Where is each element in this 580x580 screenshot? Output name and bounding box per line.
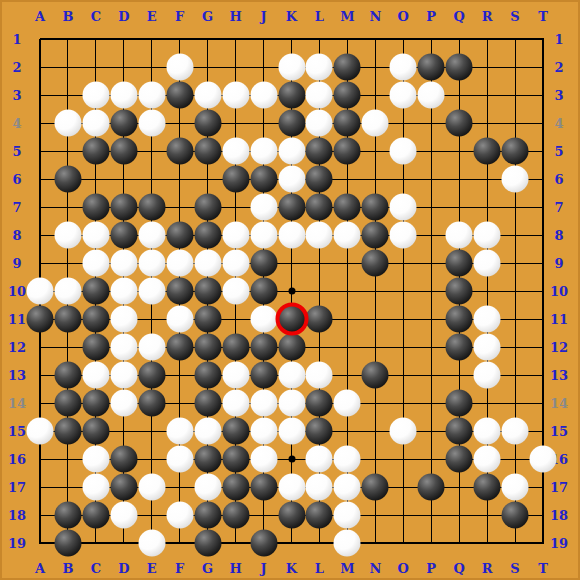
coord-label-row-10: 10	[8, 284, 26, 299]
black-stone-K4[interactable]	[278, 110, 305, 137]
grid-line-vertical	[403, 39, 404, 544]
white-stone-K8[interactable]	[278, 222, 305, 249]
black-stone-G14[interactable]	[194, 390, 221, 417]
white-stone-M16[interactable]	[334, 446, 361, 473]
coord-label-col-H: H	[229, 561, 241, 576]
white-stone-O3[interactable]	[390, 82, 417, 109]
black-stone-H18[interactable]	[222, 502, 249, 529]
white-stone-E19[interactable]	[138, 530, 165, 557]
white-stone-O8[interactable]	[390, 222, 417, 249]
black-stone-M5[interactable]	[334, 138, 361, 165]
black-stone-R17[interactable]	[474, 474, 501, 501]
black-stone-G10[interactable]	[194, 278, 221, 305]
black-stone-H12[interactable]	[222, 334, 249, 361]
coord-label-row-1: 1	[12, 32, 21, 47]
black-stone-B14[interactable]	[54, 390, 81, 417]
white-stone-H8[interactable]	[222, 222, 249, 249]
white-stone-P3[interactable]	[418, 82, 445, 109]
black-stone-B13[interactable]	[54, 362, 81, 389]
black-stone-P17[interactable]	[418, 474, 445, 501]
white-stone-J7[interactable]	[250, 194, 277, 221]
black-stone-F5[interactable]	[166, 138, 193, 165]
white-stone-E17[interactable]	[138, 474, 165, 501]
white-stone-J16[interactable]	[250, 446, 277, 473]
black-stone-Q16[interactable]	[446, 446, 473, 473]
black-stone-D16[interactable]	[110, 446, 137, 473]
white-stone-R15[interactable]	[474, 418, 501, 445]
black-stone-E14[interactable]	[138, 390, 165, 417]
black-stone-F3[interactable]	[166, 82, 193, 109]
coord-label-col-C: C	[91, 561, 101, 576]
black-stone-B15[interactable]	[54, 418, 81, 445]
white-stone-Q8[interactable]	[446, 222, 473, 249]
coord-label-row-18: 18	[8, 508, 26, 523]
coord-label-row-1: 1	[554, 32, 563, 47]
coord-label-col-P: P	[426, 561, 436, 576]
white-stone-E10[interactable]	[138, 278, 165, 305]
coord-label-row-15: 15	[550, 424, 568, 439]
coord-label-row-19: 19	[550, 536, 568, 551]
white-stone-F2[interactable]	[166, 54, 193, 81]
white-stone-O15[interactable]	[390, 418, 417, 445]
coord-label-row-3: 3	[554, 88, 563, 103]
black-stone-Q15[interactable]	[446, 418, 473, 445]
coord-label-col-B: B	[62, 9, 73, 24]
black-stone-P2[interactable]	[418, 54, 445, 81]
black-stone-J6[interactable]	[250, 166, 277, 193]
coord-label-row-8: 8	[554, 228, 563, 243]
white-stone-M14[interactable]	[334, 390, 361, 417]
grid-line-vertical	[431, 39, 432, 544]
grid-line-horizontal	[40, 542, 544, 544]
white-stone-R11[interactable]	[474, 306, 501, 333]
coord-label-col-C: C	[91, 9, 101, 24]
black-stone-H6[interactable]	[222, 166, 249, 193]
grid-line-vertical	[515, 39, 516, 544]
black-stone-C10[interactable]	[82, 278, 109, 305]
black-stone-Q11[interactable]	[446, 306, 473, 333]
white-stone-H14[interactable]	[222, 390, 249, 417]
black-stone-S5[interactable]	[502, 138, 529, 165]
white-stone-A15[interactable]	[27, 418, 54, 445]
white-stone-L3[interactable]	[306, 82, 333, 109]
white-stone-B10[interactable]	[54, 278, 81, 305]
black-stone-G16[interactable]	[194, 446, 221, 473]
black-stone-H15[interactable]	[222, 418, 249, 445]
coord-label-row-11: 11	[8, 312, 26, 327]
white-stone-O7[interactable]	[390, 194, 417, 221]
black-stone-B19[interactable]	[54, 530, 81, 557]
white-stone-S6[interactable]	[502, 166, 529, 193]
black-stone-C15[interactable]	[82, 418, 109, 445]
white-stone-A10[interactable]	[27, 278, 54, 305]
coord-label-row-12: 12	[550, 340, 568, 355]
coord-label-col-H: H	[229, 9, 241, 24]
coord-label-col-A: A	[35, 561, 45, 576]
black-stone-G7[interactable]	[194, 194, 221, 221]
white-stone-J8[interactable]	[250, 222, 277, 249]
black-stone-C12[interactable]	[82, 334, 109, 361]
coord-label-col-O: O	[398, 9, 409, 24]
white-stone-M19[interactable]	[334, 530, 361, 557]
coord-label-col-T: T	[538, 561, 548, 576]
hoshi-dot-K16	[288, 456, 295, 463]
coord-label-col-R: R	[482, 561, 493, 576]
white-stone-N4[interactable]	[362, 110, 389, 137]
coord-label-col-N: N	[369, 561, 381, 576]
black-stone-C14[interactable]	[82, 390, 109, 417]
coord-label-row-6: 6	[12, 172, 21, 187]
coord-label-row-14: 14	[8, 396, 26, 411]
white-stone-F11[interactable]	[166, 306, 193, 333]
black-stone-N7[interactable]	[362, 194, 389, 221]
coord-label-row-13: 13	[8, 368, 26, 383]
coord-label-col-A: A	[35, 9, 45, 24]
black-stone-G18[interactable]	[194, 502, 221, 529]
black-stone-H16[interactable]	[222, 446, 249, 473]
white-stone-K13[interactable]	[278, 362, 305, 389]
coord-label-col-M: M	[340, 9, 354, 24]
white-stone-S17[interactable]	[502, 474, 529, 501]
white-stone-K2[interactable]	[278, 54, 305, 81]
white-stone-H5[interactable]	[222, 138, 249, 165]
black-stone-D8[interactable]	[110, 222, 137, 249]
coord-label-col-N: N	[369, 9, 381, 24]
white-stone-E9[interactable]	[138, 250, 165, 277]
black-stone-B18[interactable]	[54, 502, 81, 529]
white-stone-K5[interactable]	[278, 138, 305, 165]
black-stone-S18[interactable]	[502, 502, 529, 529]
black-stone-M2[interactable]	[334, 54, 361, 81]
black-stone-Q4[interactable]	[446, 110, 473, 137]
white-stone-L4[interactable]	[306, 110, 333, 137]
white-stone-J5[interactable]	[250, 138, 277, 165]
black-stone-C11[interactable]	[82, 306, 109, 333]
coord-label-row-17: 17	[550, 480, 568, 495]
coord-label-row-7: 7	[554, 200, 563, 215]
black-stone-J17[interactable]	[250, 474, 277, 501]
coord-label-row-4: 4	[12, 116, 21, 131]
black-stone-E13[interactable]	[138, 362, 165, 389]
last-move-red-circle	[275, 303, 308, 336]
white-stone-B8[interactable]	[54, 222, 81, 249]
black-stone-G4[interactable]	[194, 110, 221, 137]
coord-label-col-B: B	[62, 561, 73, 576]
white-stone-C13[interactable]	[82, 362, 109, 389]
white-stone-B4[interactable]	[54, 110, 81, 137]
white-stone-L17[interactable]	[306, 474, 333, 501]
black-stone-L18[interactable]	[306, 502, 333, 529]
black-stone-K3[interactable]	[278, 82, 305, 109]
coord-label-row-3: 3	[12, 88, 21, 103]
black-stone-G8[interactable]	[194, 222, 221, 249]
white-stone-D12[interactable]	[110, 334, 137, 361]
white-stone-F15[interactable]	[166, 418, 193, 445]
coord-label-row-16: 16	[8, 452, 26, 467]
black-stone-F12[interactable]	[166, 334, 193, 361]
coord-label-col-K: K	[286, 561, 297, 576]
white-stone-D18[interactable]	[110, 502, 137, 529]
coord-label-col-T: T	[538, 9, 548, 24]
white-stone-H3[interactable]	[222, 82, 249, 109]
coord-label-col-E: E	[147, 561, 157, 576]
white-stone-M8[interactable]	[334, 222, 361, 249]
black-stone-G11[interactable]	[194, 306, 221, 333]
black-stone-B11[interactable]	[54, 306, 81, 333]
black-stone-L6[interactable]	[306, 166, 333, 193]
coord-label-col-G: G	[202, 561, 213, 576]
white-stone-F9[interactable]	[166, 250, 193, 277]
coord-label-col-M: M	[340, 561, 354, 576]
coord-label-row-18: 18	[550, 508, 568, 523]
black-stone-J13[interactable]	[250, 362, 277, 389]
white-stone-C4[interactable]	[82, 110, 109, 137]
black-stone-Q2[interactable]	[446, 54, 473, 81]
black-stone-G19[interactable]	[194, 530, 221, 557]
white-stone-R8[interactable]	[474, 222, 501, 249]
coord-label-col-J: J	[260, 561, 266, 576]
white-stone-E3[interactable]	[138, 82, 165, 109]
white-stone-J11[interactable]	[250, 306, 277, 333]
black-stone-Q9[interactable]	[446, 250, 473, 277]
white-stone-G17[interactable]	[194, 474, 221, 501]
coord-label-row-11: 11	[550, 312, 568, 327]
black-stone-H17[interactable]	[222, 474, 249, 501]
coord-label-col-D: D	[118, 561, 129, 576]
black-stone-L15[interactable]	[306, 418, 333, 445]
white-stone-E8[interactable]	[138, 222, 165, 249]
coord-label-row-8: 8	[12, 228, 21, 243]
white-stone-L8[interactable]	[306, 222, 333, 249]
white-stone-J15[interactable]	[250, 418, 277, 445]
white-stone-L16[interactable]	[306, 446, 333, 473]
black-stone-J12[interactable]	[250, 334, 277, 361]
white-stone-M17[interactable]	[334, 474, 361, 501]
coord-label-row-12: 12	[8, 340, 26, 355]
black-stone-E7[interactable]	[138, 194, 165, 221]
black-stone-B6[interactable]	[54, 166, 81, 193]
coord-label-col-S: S	[510, 561, 519, 576]
black-stone-M7[interactable]	[334, 194, 361, 221]
black-stone-C5[interactable]	[82, 138, 109, 165]
coord-label-col-F: F	[175, 561, 184, 576]
coord-label-row-2: 2	[554, 60, 563, 75]
coord-label-col-Q: Q	[453, 561, 464, 576]
white-stone-D9[interactable]	[110, 250, 137, 277]
white-stone-F16[interactable]	[166, 446, 193, 473]
white-stone-H10[interactable]	[222, 278, 249, 305]
white-stone-G3[interactable]	[194, 82, 221, 109]
white-stone-G15[interactable]	[194, 418, 221, 445]
coord-label-col-P: P	[426, 9, 436, 24]
coord-label-row-10: 10	[550, 284, 568, 299]
coord-label-row-9: 9	[554, 256, 563, 271]
black-stone-C7[interactable]	[82, 194, 109, 221]
coord-label-row-4: 4	[554, 116, 563, 131]
black-stone-N9[interactable]	[362, 250, 389, 277]
coord-label-row-7: 7	[12, 200, 21, 215]
white-stone-C9[interactable]	[82, 250, 109, 277]
white-stone-O5[interactable]	[390, 138, 417, 165]
coord-label-col-J: J	[260, 9, 266, 24]
white-stone-R13[interactable]	[474, 362, 501, 389]
white-stone-R16[interactable]	[474, 446, 501, 473]
black-stone-K7[interactable]	[278, 194, 305, 221]
black-stone-M4[interactable]	[334, 110, 361, 137]
white-stone-C17[interactable]	[82, 474, 109, 501]
black-stone-Q10[interactable]	[446, 278, 473, 305]
black-stone-J10[interactable]	[250, 278, 277, 305]
black-stone-D17[interactable]	[110, 474, 137, 501]
go-board-screenshot: AABBCCDDEEFFGGHHJJKKLLMMNNOOPPQQRRSSTT11…	[0, 0, 580, 580]
white-stone-O2[interactable]	[390, 54, 417, 81]
white-stone-T16[interactable]	[530, 446, 557, 473]
black-stone-L5[interactable]	[306, 138, 333, 165]
white-stone-C3[interactable]	[82, 82, 109, 109]
black-stone-N8[interactable]	[362, 222, 389, 249]
black-stone-M3[interactable]	[334, 82, 361, 109]
black-stone-F10[interactable]	[166, 278, 193, 305]
white-stone-J14[interactable]	[250, 390, 277, 417]
black-stone-F8[interactable]	[166, 222, 193, 249]
white-stone-M18[interactable]	[334, 502, 361, 529]
white-stone-C8[interactable]	[82, 222, 109, 249]
black-stone-N17[interactable]	[362, 474, 389, 501]
coord-label-row-5: 5	[554, 144, 563, 159]
white-stone-D13[interactable]	[110, 362, 137, 389]
black-stone-R5[interactable]	[474, 138, 501, 165]
coord-label-col-O: O	[398, 561, 409, 576]
black-stone-L14[interactable]	[306, 390, 333, 417]
coord-label-col-Q: Q	[453, 9, 464, 24]
black-stone-Q14[interactable]	[446, 390, 473, 417]
white-stone-D11[interactable]	[110, 306, 137, 333]
coord-label-row-15: 15	[8, 424, 26, 439]
white-stone-K14[interactable]	[278, 390, 305, 417]
coord-label-row-6: 6	[554, 172, 563, 187]
white-stone-C16[interactable]	[82, 446, 109, 473]
black-stone-L7[interactable]	[306, 194, 333, 221]
coord-label-col-G: G	[202, 9, 213, 24]
coord-label-col-F: F	[175, 9, 184, 24]
coord-label-row-2: 2	[12, 60, 21, 75]
coord-label-col-E: E	[147, 9, 157, 24]
white-stone-K17[interactable]	[278, 474, 305, 501]
coord-label-row-5: 5	[12, 144, 21, 159]
black-stone-L11[interactable]	[306, 306, 333, 333]
black-stone-G5[interactable]	[194, 138, 221, 165]
black-stone-D4[interactable]	[110, 110, 137, 137]
black-stone-G13[interactable]	[194, 362, 221, 389]
black-stone-K18[interactable]	[278, 502, 305, 529]
white-stone-K15[interactable]	[278, 418, 305, 445]
white-stone-H13[interactable]	[222, 362, 249, 389]
coord-label-col-L: L	[315, 9, 324, 24]
white-stone-J3[interactable]	[250, 82, 277, 109]
coord-label-col-L: L	[315, 561, 324, 576]
coord-label-row-19: 19	[8, 536, 26, 551]
white-stone-D14[interactable]	[110, 390, 137, 417]
coord-label-row-14: 14	[550, 396, 568, 411]
white-stone-D3[interactable]	[110, 82, 137, 109]
coord-label-col-S: S	[510, 9, 519, 24]
white-stone-H9[interactable]	[222, 250, 249, 277]
white-stone-G9[interactable]	[194, 250, 221, 277]
black-stone-A11[interactable]	[27, 306, 54, 333]
black-stone-D5[interactable]	[110, 138, 137, 165]
black-stone-K12[interactable]	[278, 334, 305, 361]
white-stone-S15[interactable]	[502, 418, 529, 445]
white-stone-E12[interactable]	[138, 334, 165, 361]
coord-label-row-13: 13	[550, 368, 568, 383]
white-stone-F18[interactable]	[166, 502, 193, 529]
black-stone-C18[interactable]	[82, 502, 109, 529]
coord-label-col-D: D	[118, 9, 129, 24]
coord-label-col-R: R	[482, 9, 493, 24]
coord-label-col-K: K	[286, 9, 297, 24]
black-stone-J19[interactable]	[250, 530, 277, 557]
white-stone-L2[interactable]	[306, 54, 333, 81]
black-stone-J9[interactable]	[250, 250, 277, 277]
white-stone-D10[interactable]	[110, 278, 137, 305]
black-stone-Q12[interactable]	[446, 334, 473, 361]
black-stone-D7[interactable]	[110, 194, 137, 221]
grid-line-horizontal	[40, 38, 544, 40]
hoshi-dot-K10	[288, 288, 295, 295]
coord-label-row-17: 17	[8, 480, 26, 495]
white-stone-E4[interactable]	[138, 110, 165, 137]
white-stone-L13[interactable]	[306, 362, 333, 389]
white-stone-R12[interactable]	[474, 334, 501, 361]
white-stone-R9[interactable]	[474, 250, 501, 277]
white-stone-K6[interactable]	[278, 166, 305, 193]
coord-label-row-9: 9	[12, 256, 21, 271]
black-stone-G12[interactable]	[194, 334, 221, 361]
black-stone-N13[interactable]	[362, 362, 389, 389]
